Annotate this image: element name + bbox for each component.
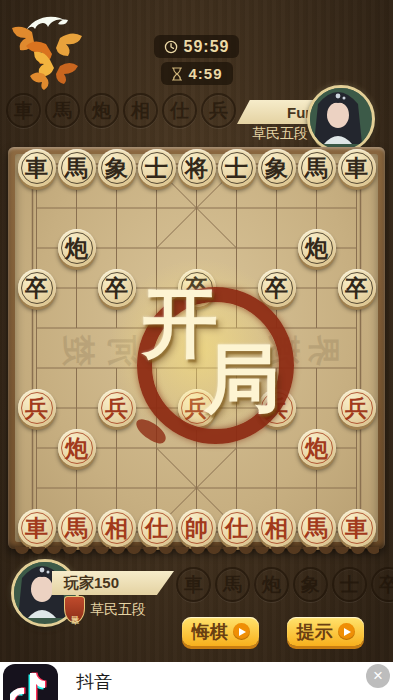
undo-move-button[interactable]: 悔棋 (182, 617, 259, 646)
board-cell[interactable] (337, 428, 377, 468)
captured-slot: 炮 (254, 567, 289, 602)
red-piece-炮[interactable]: 炮 (298, 429, 336, 467)
board-cell[interactable] (217, 228, 257, 268)
board-cell[interactable] (137, 388, 177, 428)
xiangqi-board: 車馬象士将士象馬車炮炮卒卒卒卒卒兵兵兵兵兵炮炮車馬相仕帥仕相馬車 (17, 148, 377, 548)
board-cell[interactable]: 馬 (57, 508, 97, 548)
opponent-avatar[interactable] (307, 85, 375, 153)
game-timer-value: 59:59 (184, 38, 230, 56)
board-cell[interactable] (17, 308, 57, 348)
black-piece-車[interactable]: 車 (338, 149, 376, 187)
undo-button-label: 悔棋 (192, 620, 228, 644)
board-cell[interactable] (257, 228, 297, 268)
red-piece-兵[interactable]: 兵 (98, 389, 136, 427)
captured-slot: 士 (332, 567, 367, 602)
hint-button-label: 提示 (297, 620, 333, 644)
board-cell[interactable] (337, 468, 377, 508)
captured-slot: 炮 (84, 93, 119, 128)
captured-slot: 兵 (201, 93, 236, 128)
captured-slot: 車 (6, 93, 41, 128)
player-rank-label: 草民五段 (90, 601, 146, 619)
board-cell[interactable] (337, 188, 377, 228)
board-cell[interactable] (177, 188, 217, 228)
board-cell[interactable]: 炮 (297, 228, 337, 268)
player-rank-row: 草民 草民五段 (64, 596, 146, 623)
red-piece-兵[interactable]: 兵 (258, 389, 296, 427)
board-cell[interactable] (57, 188, 97, 228)
board-cell[interactable]: 象 (97, 148, 137, 188)
board-cell[interactable] (297, 348, 337, 388)
black-piece-象[interactable]: 象 (258, 149, 296, 187)
board-cell[interactable] (97, 228, 137, 268)
red-piece-兵[interactable]: 兵 (18, 389, 56, 427)
move-timer-chip: 4:59 (160, 62, 232, 85)
board-cell[interactable] (297, 268, 337, 308)
black-piece-卒[interactable]: 卒 (258, 269, 296, 307)
black-piece-馬[interactable]: 馬 (58, 149, 96, 187)
board-cell[interactable]: 卒 (257, 268, 297, 308)
board-cell[interactable] (137, 468, 177, 508)
board-cell[interactable] (97, 348, 137, 388)
board-cell[interactable]: 象 (257, 148, 297, 188)
board-cell[interactable]: 炮 (57, 428, 97, 468)
board-cell[interactable]: 兵 (177, 388, 217, 428)
rank-seal-badge: 草民 (64, 596, 85, 623)
board-cell[interactable]: 馬 (297, 508, 337, 548)
black-piece-士[interactable]: 士 (138, 149, 176, 187)
red-piece-車[interactable]: 車 (338, 509, 376, 547)
black-piece-将[interactable]: 将 (178, 149, 216, 187)
board-cell[interactable] (257, 348, 297, 388)
board-cell[interactable] (257, 188, 297, 228)
red-piece-馬[interactable]: 馬 (298, 509, 336, 547)
red-piece-仕[interactable]: 仕 (138, 509, 176, 547)
board-cell[interactable]: 卒 (97, 268, 137, 308)
clock-icon (164, 40, 178, 54)
board-cell[interactable] (57, 308, 97, 348)
opponent-rank-label: 草民五段 (252, 125, 308, 143)
hint-button[interactable]: 提示 (287, 617, 364, 646)
board-cell[interactable]: 炮 (57, 228, 97, 268)
board-cell[interactable]: 卒 (337, 268, 377, 308)
game-timer-chip: 59:59 (154, 35, 240, 58)
ad-app-name: 抖音 (76, 670, 112, 694)
board-cell[interactable] (217, 188, 257, 228)
player-captured-tray: 車馬炮象士卒 (176, 567, 393, 602)
board-cell[interactable] (17, 228, 57, 268)
board-cell[interactable]: 兵 (337, 388, 377, 428)
red-piece-相[interactable]: 相 (98, 509, 136, 547)
board-cell[interactable] (17, 428, 57, 468)
board-cell[interactable] (257, 428, 297, 468)
board-cell[interactable] (137, 188, 177, 228)
board-cell[interactable]: 馬 (57, 148, 97, 188)
board-cell[interactable] (297, 308, 337, 348)
board-cell[interactable] (337, 348, 377, 388)
board-cell[interactable] (217, 308, 257, 348)
red-piece-兵[interactable]: 兵 (178, 389, 216, 427)
hourglass-icon (170, 67, 182, 81)
play-arrow-icon (233, 623, 250, 640)
opponent-captured-tray: 車馬炮相仕兵 (6, 93, 236, 128)
black-piece-馬[interactable]: 馬 (298, 149, 336, 187)
board-cell[interactable]: 車 (17, 508, 57, 548)
board-cell[interactable] (257, 308, 297, 348)
red-piece-仕[interactable]: 仕 (218, 509, 256, 547)
douyin-app-icon[interactable] (3, 664, 58, 700)
board-cell[interactable] (57, 348, 97, 388)
board-cell[interactable]: 兵 (97, 388, 137, 428)
board-frame: 楚河漢界 車馬象士将士象馬車炮炮卒卒卒卒卒兵兵兵兵兵炮炮車馬相仕帥仕相馬車 开 … (8, 147, 385, 549)
board-cell[interactable] (57, 268, 97, 308)
board-cell[interactable] (177, 348, 217, 388)
board-cell[interactable] (97, 428, 137, 468)
board-cell[interactable]: 車 (337, 508, 377, 548)
black-piece-炮[interactable]: 炮 (298, 229, 336, 267)
captured-slot: 仕 (162, 93, 197, 128)
board-cell[interactable] (57, 468, 97, 508)
black-piece-卒[interactable]: 卒 (18, 269, 56, 307)
board-cell[interactable] (177, 228, 217, 268)
board-cell[interactable] (297, 388, 337, 428)
board-cell[interactable]: 士 (217, 148, 257, 188)
move-timer-value: 4:59 (188, 65, 222, 82)
red-piece-兵[interactable]: 兵 (338, 389, 376, 427)
board-cell[interactable] (177, 308, 217, 348)
autumn-leaves-decoration (2, 4, 94, 96)
board-cell[interactable] (17, 188, 57, 228)
captured-slot: 象 (293, 567, 328, 602)
board-cell[interactable] (97, 468, 137, 508)
board-cell[interactable] (137, 428, 177, 468)
black-piece-卒[interactable]: 卒 (98, 269, 136, 307)
board-cell[interactable] (217, 468, 257, 508)
red-piece-相[interactable]: 相 (258, 509, 296, 547)
black-piece-卒[interactable]: 卒 (338, 269, 376, 307)
board-cell[interactable]: 相 (97, 508, 137, 548)
board-cell[interactable]: 卒 (17, 268, 57, 308)
board-cell[interactable] (17, 468, 57, 508)
board-cell[interactable] (337, 228, 377, 268)
red-piece-帥[interactable]: 帥 (178, 509, 216, 547)
board-cell[interactable]: 卒 (177, 268, 217, 308)
board-cell[interactable] (137, 348, 177, 388)
board-cell[interactable]: 仕 (217, 508, 257, 548)
board-cell[interactable] (97, 188, 137, 228)
ad-close-button[interactable]: × (366, 664, 390, 688)
board-cell[interactable] (97, 308, 137, 348)
board-cell[interactable] (217, 348, 257, 388)
captured-slot: 馬 (45, 93, 80, 128)
board-cell[interactable] (17, 348, 57, 388)
player-name: 玩家150 (64, 574, 119, 593)
board-cell[interactable]: 相 (257, 508, 297, 548)
board-cell[interactable]: 帥 (177, 508, 217, 548)
black-piece-士[interactable]: 士 (218, 149, 256, 187)
black-piece-卒[interactable]: 卒 (178, 269, 216, 307)
board-cell[interactable] (297, 468, 337, 508)
board-cell[interactable] (137, 228, 177, 268)
captured-slot: 卒 (371, 567, 393, 602)
game-screen: 59:59 4:59 車馬炮相仕兵 Funker 草民五段 草民 (0, 0, 393, 700)
avatar-portrait (310, 88, 366, 144)
douyin-note-logo (10, 668, 52, 700)
red-piece-馬[interactable]: 馬 (58, 509, 96, 547)
board-cell[interactable]: 馬 (297, 148, 337, 188)
board-cell[interactable] (337, 308, 377, 348)
ad-banner[interactable]: 抖音 × (0, 662, 393, 700)
board-cell[interactable] (57, 388, 97, 428)
board-cell[interactable] (297, 188, 337, 228)
board-cell[interactable]: 兵 (257, 388, 297, 428)
black-piece-炮[interactable]: 炮 (58, 229, 96, 267)
black-piece-車[interactable]: 車 (18, 149, 56, 187)
captured-slot: 馬 (215, 567, 250, 602)
board-cell[interactable]: 士 (137, 148, 177, 188)
red-piece-車[interactable]: 車 (18, 509, 56, 547)
black-piece-象[interactable]: 象 (98, 149, 136, 187)
board-cell[interactable] (177, 468, 217, 508)
board-cell[interactable]: 車 (17, 148, 57, 188)
board-cell[interactable] (217, 428, 257, 468)
board-cell[interactable] (217, 388, 257, 428)
board-cell[interactable] (177, 428, 217, 468)
board-cell[interactable] (137, 268, 177, 308)
board-cell[interactable]: 兵 (17, 388, 57, 428)
board-cell[interactable]: 炮 (297, 428, 337, 468)
board-cell[interactable]: 車 (337, 148, 377, 188)
board-cell[interactable]: 仕 (137, 508, 177, 548)
board-cell[interactable] (217, 268, 257, 308)
player-name-banner: 玩家150 (52, 571, 174, 595)
play-arrow-icon (338, 623, 355, 640)
captured-slot: 車 (176, 567, 211, 602)
captured-slot: 相 (123, 93, 158, 128)
board-cell[interactable] (257, 468, 297, 508)
board-cell[interactable]: 将 (177, 148, 217, 188)
red-piece-炮[interactable]: 炮 (58, 429, 96, 467)
board-cell[interactable] (137, 308, 177, 348)
